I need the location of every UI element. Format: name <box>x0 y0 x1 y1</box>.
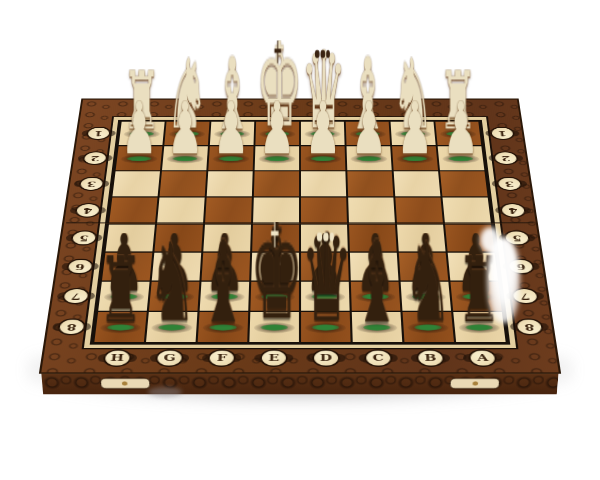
latch-pin-icon <box>122 381 128 385</box>
photo-smudge-artifact <box>148 387 182 397</box>
square-g3[interactable] <box>160 171 207 196</box>
rank-label-left-2: 2 <box>81 151 108 165</box>
square-d8[interactable]: ♛ <box>301 312 351 342</box>
piece-black-king[interactable]: ♚ <box>250 222 299 327</box>
rank-label-left-5: 5 <box>69 230 97 245</box>
piece-white-pawn[interactable]: ♟ <box>301 100 345 158</box>
piece-black-rook[interactable]: ♜ <box>96 254 145 327</box>
rank-label-left-7: 7 <box>61 288 90 304</box>
square-d2[interactable]: ♟ <box>301 146 345 170</box>
square-f8[interactable]: ♝ <box>198 312 248 342</box>
photo-background: ♜♞♝♚♛♝♞♜♟♟♟♟♟♟♟♟♟♟♟♟♟♟♟♟♜♞♝♚♛♝♞♜ 1234567… <box>0 0 600 480</box>
piece-white-pawn[interactable]: ♟ <box>163 100 207 158</box>
square-a2[interactable]: ♟ <box>438 146 485 170</box>
rank-label-left-8: 8 <box>56 318 86 335</box>
square-e8[interactable]: ♚ <box>249 312 299 342</box>
square-g2[interactable]: ♟ <box>162 146 208 170</box>
front-edge <box>41 372 558 394</box>
square-f3[interactable] <box>207 171 253 196</box>
square-c8[interactable]: ♝ <box>352 312 402 342</box>
square-c2[interactable]: ♟ <box>347 146 392 170</box>
rank-label-right-4: 4 <box>499 203 527 218</box>
square-f2[interactable]: ♟ <box>208 146 253 170</box>
file-label-f: F <box>207 349 236 367</box>
file-label-h: H <box>102 349 132 367</box>
file-label-d: D <box>312 349 341 367</box>
piece-black-knight[interactable]: ♞ <box>147 239 196 326</box>
square-h8[interactable]: ♜ <box>94 312 146 342</box>
square-e2[interactable]: ♟ <box>255 146 299 170</box>
piece-white-pawn[interactable]: ♟ <box>439 100 483 158</box>
latch-pin-icon <box>472 381 478 385</box>
square-b3[interactable] <box>394 171 441 196</box>
brass-latch-left[interactable] <box>99 378 150 389</box>
square-d3[interactable] <box>301 171 346 196</box>
light-coronet-finial-icon <box>317 231 335 241</box>
square-h3[interactable] <box>112 171 160 196</box>
file-label-a: A <box>468 349 498 367</box>
file-label-c: C <box>364 349 393 367</box>
rank-label-right-3: 3 <box>495 177 522 191</box>
rank-label-left-3: 3 <box>77 177 104 191</box>
file-label-g: G <box>155 349 185 367</box>
rank-label-right-2: 2 <box>492 151 519 165</box>
light-cross-finial-icon <box>270 221 279 249</box>
square-a3[interactable] <box>440 171 488 196</box>
rank-label-left-4: 4 <box>73 203 101 218</box>
file-label-b: B <box>416 349 446 367</box>
piece-white-pawn[interactable]: ♟ <box>347 100 391 158</box>
piece-white-pawn[interactable]: ♟ <box>209 100 253 158</box>
square-c3[interactable] <box>347 171 393 196</box>
playing-area: ♜♞♝♚♛♝♞♜♟♟♟♟♟♟♟♟♟♟♟♟♟♟♟♟♜♞♝♚♛♝♞♜ <box>92 121 508 344</box>
square-b2[interactable]: ♟ <box>392 146 438 170</box>
rank-label-left-1: 1 <box>85 127 111 140</box>
piece-black-knight[interactable]: ♞ <box>403 239 452 326</box>
piece-black-queen[interactable]: ♛ <box>301 230 350 327</box>
square-b8[interactable]: ♞ <box>403 312 454 342</box>
rank-label-left-6: 6 <box>65 259 94 275</box>
dark-coronet-finial-icon <box>315 49 330 58</box>
piece-white-pawn[interactable]: ♟ <box>393 100 437 158</box>
file-label-e: E <box>260 349 289 367</box>
rank-label-right-8: 8 <box>514 318 544 335</box>
photo-glare-artifact <box>487 237 520 323</box>
piece-white-pawn[interactable]: ♟ <box>117 100 161 158</box>
piece-white-pawn[interactable]: ♟ <box>255 100 299 158</box>
square-e3[interactable] <box>254 171 299 196</box>
piece-black-bishop[interactable]: ♝ <box>199 237 248 327</box>
dark-cross-finial-icon <box>273 40 281 64</box>
rank-label-right-1: 1 <box>489 127 515 140</box>
piece-black-bishop[interactable]: ♝ <box>352 237 401 327</box>
brass-latch-right[interactable] <box>450 378 501 389</box>
square-h2[interactable]: ♟ <box>116 146 163 170</box>
square-g8[interactable]: ♞ <box>146 312 197 342</box>
